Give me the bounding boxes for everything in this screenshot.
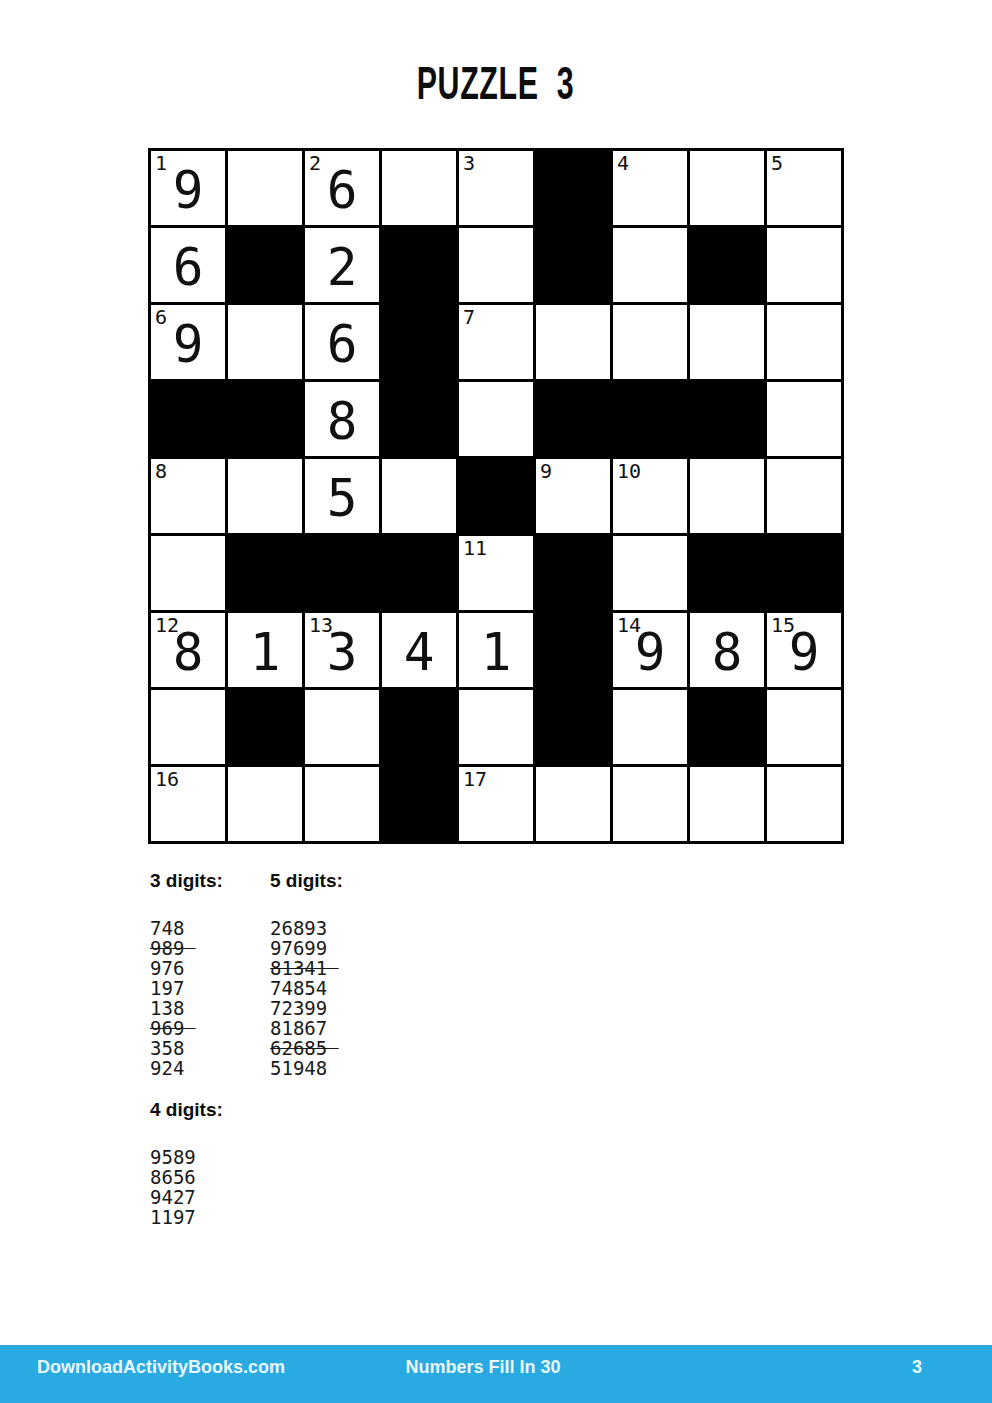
entry-cell[interactable]: 3 bbox=[459, 151, 533, 225]
entry-cell[interactable]: 4 bbox=[382, 613, 456, 687]
list-number: 8656 bbox=[150, 1167, 390, 1187]
fill-in-grid: 1926345626967885910111281133411498159161… bbox=[148, 148, 844, 844]
entry-cell[interactable]: 5 bbox=[305, 459, 379, 533]
entry-cell[interactable] bbox=[382, 459, 456, 533]
entry-cell[interactable] bbox=[459, 690, 533, 764]
entry-cell[interactable]: 1 bbox=[228, 613, 302, 687]
blocked-cell bbox=[382, 536, 456, 610]
clue-number: 8 bbox=[155, 460, 167, 482]
clue-number: 16 bbox=[155, 768, 179, 790]
list-heading: 5 digits: bbox=[270, 870, 390, 892]
entry-cell[interactable] bbox=[767, 690, 841, 764]
list-number: 748 bbox=[150, 918, 270, 938]
cell-digit: 4 bbox=[382, 613, 456, 687]
list-number: 924 bbox=[150, 1058, 270, 1078]
blocked-cell bbox=[382, 228, 456, 302]
blocked-cell bbox=[536, 151, 610, 225]
list-number: 81867 bbox=[270, 1018, 390, 1038]
entry-cell[interactable]: 5 bbox=[767, 151, 841, 225]
entry-cell[interactable] bbox=[382, 151, 456, 225]
cell-digit: 9 bbox=[151, 305, 225, 379]
entry-cell[interactable]: 69 bbox=[151, 305, 225, 379]
entry-cell[interactable]: 6 bbox=[151, 228, 225, 302]
list-number-struck: 81341 bbox=[270, 958, 390, 978]
list-3-digits: 3 digits:748989 976197138969 358924 bbox=[150, 870, 270, 1078]
entry-cell[interactable]: 7 bbox=[459, 305, 533, 379]
blocked-cell bbox=[228, 536, 302, 610]
entry-cell[interactable] bbox=[613, 690, 687, 764]
entry-cell[interactable]: 8 bbox=[305, 382, 379, 456]
entry-cell[interactable]: 149 bbox=[613, 613, 687, 687]
list-number: 74854 bbox=[270, 978, 390, 998]
entry-cell[interactable] bbox=[613, 228, 687, 302]
entry-cell[interactable]: 2 bbox=[305, 228, 379, 302]
clue-number: 9 bbox=[540, 460, 552, 482]
cell-digit: 9 bbox=[767, 613, 841, 687]
list-number: 51948 bbox=[270, 1058, 390, 1078]
lists-row: 3 digits:748989 976197138969 358924 5 di… bbox=[150, 870, 390, 1078]
entry-cell[interactable] bbox=[613, 536, 687, 610]
footer-page-number: 3 bbox=[912, 1357, 922, 1378]
entry-cell[interactable] bbox=[767, 382, 841, 456]
entry-cell[interactable]: 10 bbox=[613, 459, 687, 533]
entry-cell[interactable] bbox=[228, 151, 302, 225]
entry-cell[interactable] bbox=[228, 459, 302, 533]
entry-cell[interactable] bbox=[690, 151, 764, 225]
blocked-cell bbox=[382, 305, 456, 379]
footer-site-link[interactable]: DownloadActivityBooks.com bbox=[37, 1357, 285, 1378]
blocked-cell bbox=[228, 382, 302, 456]
blocked-cell bbox=[536, 382, 610, 456]
entry-cell[interactable] bbox=[767, 305, 841, 379]
blocked-cell bbox=[536, 690, 610, 764]
clue-number: 3 bbox=[463, 152, 475, 174]
clue-number: 11 bbox=[463, 537, 487, 559]
clue-number: 7 bbox=[463, 306, 475, 328]
entry-cell[interactable] bbox=[536, 767, 610, 841]
list-heading: 4 digits: bbox=[150, 1099, 390, 1121]
list-4-digits: 4 digits:9589865694271197 bbox=[150, 1099, 390, 1227]
entry-cell[interactable]: 17 bbox=[459, 767, 533, 841]
entry-cell[interactable]: 159 bbox=[767, 613, 841, 687]
blocked-cell bbox=[536, 536, 610, 610]
cell-digit: 8 bbox=[151, 613, 225, 687]
cell-digit: 8 bbox=[690, 613, 764, 687]
entry-cell[interactable]: 26 bbox=[305, 151, 379, 225]
list-number: 358 bbox=[150, 1038, 270, 1058]
entry-cell[interactable] bbox=[305, 690, 379, 764]
list-number: 1197 bbox=[150, 1207, 390, 1227]
list-number-struck: 989 bbox=[150, 938, 270, 958]
entry-cell[interactable] bbox=[613, 767, 687, 841]
entry-cell[interactable]: 8 bbox=[151, 459, 225, 533]
footer-book-title: Numbers Fill In 30 bbox=[405, 1357, 560, 1378]
blocked-cell bbox=[151, 382, 225, 456]
cell-digit: 9 bbox=[613, 613, 687, 687]
entry-cell[interactable] bbox=[459, 228, 533, 302]
cell-digit: 1 bbox=[459, 613, 533, 687]
cell-digit: 9 bbox=[151, 151, 225, 225]
blocked-cell bbox=[228, 228, 302, 302]
blocked-cell bbox=[536, 228, 610, 302]
blocked-cell bbox=[690, 228, 764, 302]
blocked-cell bbox=[690, 536, 764, 610]
entry-cell[interactable] bbox=[459, 382, 533, 456]
cell-digit: 3 bbox=[305, 613, 379, 687]
blocked-cell bbox=[382, 690, 456, 764]
list-number: 197 bbox=[150, 978, 270, 998]
list-number: 976 bbox=[150, 958, 270, 978]
blocked-cell bbox=[690, 690, 764, 764]
blocked-cell bbox=[382, 382, 456, 456]
clue-number: 17 bbox=[463, 768, 487, 790]
cell-digit: 6 bbox=[305, 151, 379, 225]
blocked-cell bbox=[536, 613, 610, 687]
list-number: 138 bbox=[150, 998, 270, 1018]
blocked-cell bbox=[690, 382, 764, 456]
entry-cell[interactable] bbox=[305, 767, 379, 841]
list-number-struck: 62685 bbox=[270, 1038, 390, 1058]
entry-cell[interactable]: 4 bbox=[613, 151, 687, 225]
cell-digit: 2 bbox=[305, 228, 379, 302]
list-number-struck: 969 bbox=[150, 1018, 270, 1038]
entry-cell[interactable]: 16 bbox=[151, 767, 225, 841]
entry-cell[interactable] bbox=[767, 767, 841, 841]
list-5-digits: 5 digits:268939769981341 748547239981867… bbox=[270, 870, 390, 1078]
entry-cell[interactable] bbox=[151, 536, 225, 610]
puzzle-title: PUZZLE 3 bbox=[0, 56, 992, 110]
entry-cell[interactable] bbox=[690, 767, 764, 841]
list-number: 72399 bbox=[270, 998, 390, 1018]
entry-cell[interactable]: 1 bbox=[459, 613, 533, 687]
entry-cell[interactable]: 128 bbox=[151, 613, 225, 687]
entry-cell[interactable] bbox=[536, 305, 610, 379]
clue-number: 10 bbox=[617, 460, 641, 482]
cell-digit: 5 bbox=[305, 459, 379, 533]
list-heading: 3 digits: bbox=[150, 870, 270, 892]
list-number: 9589 bbox=[150, 1147, 390, 1167]
entry-cell[interactable] bbox=[228, 305, 302, 379]
clue-number: 5 bbox=[771, 152, 783, 174]
puzzle-title-text: PUZZLE 3 bbox=[417, 56, 575, 110]
entry-cell[interactable] bbox=[228, 767, 302, 841]
entry-cell[interactable] bbox=[613, 305, 687, 379]
list-number: 26893 bbox=[270, 918, 390, 938]
entry-cell[interactable] bbox=[690, 459, 764, 533]
entry-cell[interactable] bbox=[767, 459, 841, 533]
blocked-cell bbox=[228, 690, 302, 764]
list-number: 9427 bbox=[150, 1187, 390, 1207]
blocked-cell bbox=[382, 767, 456, 841]
entry-cell[interactable]: 6 bbox=[305, 305, 379, 379]
entry-cell[interactable]: 11 bbox=[459, 536, 533, 610]
cell-digit: 6 bbox=[305, 305, 379, 379]
blocked-cell bbox=[459, 459, 533, 533]
blocked-cell bbox=[613, 382, 687, 456]
footer-bar: DownloadActivityBooks.com Numbers Fill I… bbox=[0, 1345, 992, 1403]
list-number: 97699 bbox=[270, 938, 390, 958]
blocked-cell bbox=[305, 536, 379, 610]
cell-digit: 6 bbox=[151, 228, 225, 302]
entry-cell[interactable]: 133 bbox=[305, 613, 379, 687]
entry-cell[interactable]: 8 bbox=[690, 613, 764, 687]
entry-cell[interactable] bbox=[151, 690, 225, 764]
entry-cell[interactable] bbox=[690, 305, 764, 379]
entry-cell[interactable]: 9 bbox=[536, 459, 610, 533]
number-lists: 3 digits:748989 976197138969 358924 5 di… bbox=[150, 870, 390, 1227]
cell-digit: 1 bbox=[228, 613, 302, 687]
entry-cell[interactable] bbox=[767, 228, 841, 302]
entry-cell[interactable]: 19 bbox=[151, 151, 225, 225]
blocked-cell bbox=[767, 536, 841, 610]
clue-number: 4 bbox=[617, 152, 629, 174]
cell-digit: 8 bbox=[305, 382, 379, 456]
